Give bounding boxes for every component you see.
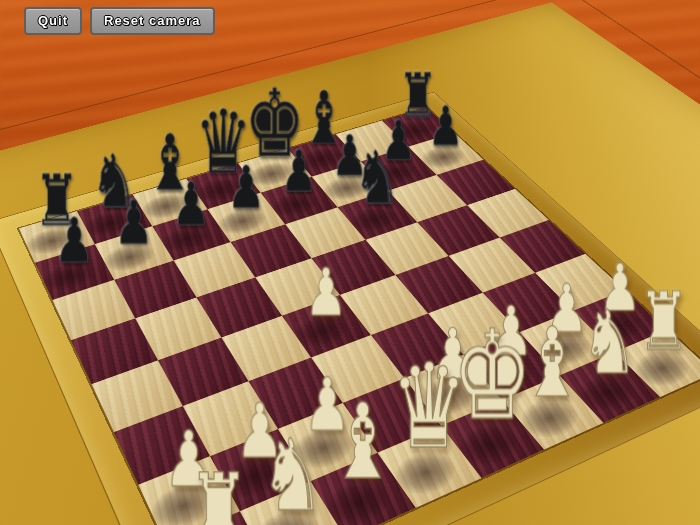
quit-button[interactable]: Quit (24, 7, 82, 35)
white-pawn[interactable]: ♟ (305, 260, 348, 326)
toolbar: Quit Reset camera (24, 7, 215, 35)
white-queen[interactable]: ♛ (391, 348, 467, 465)
scene-3d: ♜♞♝♛♚♝♜♟♟♟♟♟♟♟♟♞♟♟♟♟♟♟♟♟♜♞♝♛♚♝♞♜ (0, 0, 700, 525)
white-bishop[interactable]: ♝ (329, 391, 396, 495)
reset-camera-button[interactable]: Reset camera (90, 7, 215, 35)
white-knight[interactable]: ♞ (260, 425, 325, 525)
white-rook[interactable]: ♜ (638, 282, 690, 362)
white-knight[interactable]: ♞ (581, 298, 638, 386)
white-rook[interactable]: ♜ (188, 462, 250, 525)
